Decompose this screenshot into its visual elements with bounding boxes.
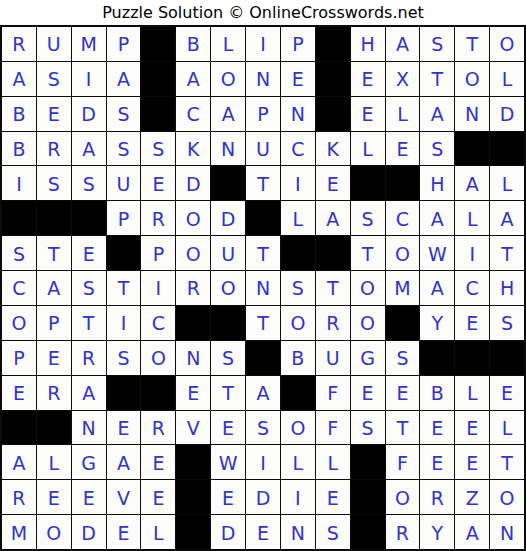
- cell-letter: D: [81, 105, 96, 124]
- cell-letter: L: [293, 210, 304, 229]
- cell-letter: R: [152, 210, 165, 229]
- cell-r1c14: T: [455, 27, 489, 61]
- cell-letter: H: [430, 175, 444, 194]
- cell-letter: T: [257, 314, 269, 333]
- cell-r15c5: L: [141, 515, 175, 549]
- cell-letter: T: [118, 279, 130, 298]
- cell-r3c6: C: [176, 97, 210, 131]
- cell-letter: U: [221, 245, 235, 264]
- cell-r2c3: I: [72, 62, 106, 96]
- cell-r1c6: B: [176, 27, 210, 61]
- cell-r4c12: E: [386, 132, 420, 166]
- cell-r4c3: A: [72, 132, 106, 166]
- cell-letter: L: [327, 454, 338, 473]
- cell-r11c1: E: [2, 376, 36, 410]
- cell-r5c2: S: [37, 166, 71, 200]
- cell-r7c8: T: [246, 236, 280, 270]
- cell-r4c10: K: [316, 132, 350, 166]
- cell-letter: E: [152, 454, 164, 473]
- cell-r13c4: A: [107, 445, 141, 479]
- black-cell-r10c13: [420, 341, 454, 375]
- cell-r13c8: I: [246, 445, 280, 479]
- cell-r9c1: O: [2, 306, 36, 340]
- cell-letter: F: [327, 384, 338, 403]
- cell-r14c3: E: [72, 480, 106, 514]
- cell-letter: E: [48, 105, 60, 124]
- cell-letter: S: [362, 419, 374, 438]
- cell-r12c3: N: [72, 411, 106, 445]
- cell-letter: N: [291, 524, 305, 543]
- cell-letter: D: [186, 175, 201, 194]
- cell-letter: N: [186, 349, 200, 368]
- cell-letter: E: [48, 489, 60, 508]
- cell-r7c7: U: [211, 236, 245, 270]
- cell-letter: B: [187, 35, 200, 54]
- cell-r8c8: N: [246, 271, 280, 305]
- cell-r8c14: C: [455, 271, 489, 305]
- cell-letter: A: [256, 384, 269, 403]
- black-cell-r14c6: [176, 480, 210, 514]
- cell-letter: O: [360, 314, 375, 333]
- cell-letter: E: [118, 524, 130, 543]
- cell-letter: O: [500, 35, 515, 54]
- cell-letter: L: [502, 419, 513, 438]
- cell-r9c2: P: [37, 306, 71, 340]
- cell-letter: T: [83, 314, 95, 333]
- cell-letter: C: [152, 314, 165, 333]
- cell-r13c7: W: [211, 445, 245, 479]
- cell-letter: S: [431, 35, 443, 54]
- black-cell-r3c10: [316, 97, 350, 131]
- cell-letter: T: [501, 245, 513, 264]
- cell-r7c13: W: [420, 236, 454, 270]
- cell-r12c7: E: [211, 411, 245, 445]
- cell-letter: A: [12, 70, 25, 89]
- cell-letter: E: [327, 175, 339, 194]
- cell-letter: L: [293, 454, 304, 473]
- black-cell-r9c12: [386, 306, 420, 340]
- cell-letter: E: [431, 419, 443, 438]
- cell-r12c14: E: [455, 411, 489, 445]
- cell-letter: R: [396, 524, 409, 543]
- cell-r7c1: S: [2, 236, 36, 270]
- cell-r12c15: L: [490, 411, 524, 445]
- cell-letter: I: [469, 245, 475, 264]
- cell-letter: V: [117, 489, 130, 508]
- cell-r5c5: E: [141, 166, 175, 200]
- cell-r15c2: O: [37, 515, 71, 549]
- cell-letter: O: [221, 279, 236, 298]
- cell-r11c10: F: [316, 376, 350, 410]
- cell-r3c8: P: [246, 97, 280, 131]
- cell-r7c2: T: [37, 236, 71, 270]
- cell-r13c5: E: [141, 445, 175, 479]
- cell-letter: E: [222, 489, 234, 508]
- cell-letter: R: [82, 349, 95, 368]
- cell-r15c9: N: [281, 515, 315, 549]
- cell-r12c13: E: [420, 411, 454, 445]
- black-cell-r15c6: [176, 515, 210, 549]
- cell-letter: S: [48, 70, 60, 89]
- cell-r8c7: O: [211, 271, 245, 305]
- cell-r6c7: D: [211, 201, 245, 235]
- cell-letter: E: [118, 419, 130, 438]
- cell-letter: O: [360, 279, 375, 298]
- cell-letter: K: [326, 140, 338, 159]
- cell-letter: L: [223, 35, 234, 54]
- cell-letter: A: [431, 105, 444, 124]
- cell-r11c2: R: [37, 376, 71, 410]
- cell-r9c13: Y: [420, 306, 454, 340]
- cell-letter: E: [396, 384, 408, 403]
- cell-letter: A: [431, 210, 444, 229]
- black-cell-r14c11: [351, 480, 385, 514]
- cell-r9c5: C: [141, 306, 175, 340]
- cell-letter: E: [501, 384, 513, 403]
- cell-r10c6: N: [176, 341, 210, 375]
- cell-r4c6: K: [176, 132, 210, 166]
- cell-letter: D: [221, 210, 236, 229]
- cell-r9c4: I: [107, 306, 141, 340]
- cell-r11c13: B: [420, 376, 454, 410]
- cell-r14c9: I: [281, 480, 315, 514]
- cell-r3c9: N: [281, 97, 315, 131]
- page-title: Puzzle Solution © OnlineCrosswords.net: [0, 0, 526, 25]
- cell-r6c4: P: [107, 201, 141, 235]
- cell-letter: E: [396, 140, 408, 159]
- cell-r13c3: G: [72, 445, 106, 479]
- cell-r13c15: T: [490, 445, 524, 479]
- cell-letter: G: [81, 454, 96, 473]
- cell-r1c4: P: [107, 27, 141, 61]
- cell-letter: O: [290, 314, 305, 333]
- cell-r15c8: E: [246, 515, 280, 549]
- cell-r7c11: T: [351, 236, 385, 270]
- black-cell-r15c11: [351, 515, 385, 549]
- cell-letter: S: [501, 314, 513, 333]
- cell-r8c6: R: [176, 271, 210, 305]
- cell-letter: A: [396, 35, 409, 54]
- black-cell-r7c9: [281, 236, 315, 270]
- cell-r2c11: E: [351, 62, 385, 96]
- cell-r10c11: G: [351, 341, 385, 375]
- cell-r14c7: E: [211, 480, 245, 514]
- cell-r1c1: R: [2, 27, 36, 61]
- cell-r13c14: E: [455, 445, 489, 479]
- cell-r5c10: E: [316, 166, 350, 200]
- cell-letter: C: [12, 279, 25, 298]
- cell-r6c12: C: [386, 201, 420, 235]
- black-cell-r2c10: [316, 62, 350, 96]
- black-cell-r1c5: [141, 27, 175, 61]
- cell-letter: T: [466, 35, 478, 54]
- cell-letter: R: [12, 489, 25, 508]
- cell-letter: A: [466, 524, 479, 543]
- cell-letter: O: [221, 70, 236, 89]
- black-cell-r9c7: [211, 306, 245, 340]
- black-cell-r7c4: [107, 236, 141, 270]
- cell-letter: R: [47, 140, 60, 159]
- cell-letter: I: [156, 279, 162, 298]
- cell-letter: P: [292, 35, 303, 54]
- cell-r4c11: L: [351, 132, 385, 166]
- black-cell-r12c2: [37, 411, 71, 445]
- cell-r2c13: T: [420, 62, 454, 96]
- cell-letter: T: [432, 70, 444, 89]
- black-cell-r9c6: [176, 306, 210, 340]
- cell-letter: O: [465, 70, 480, 89]
- cell-letter: S: [48, 175, 60, 194]
- cell-r13c13: E: [420, 445, 454, 479]
- black-cell-r5c12: [386, 166, 420, 200]
- cell-r3c15: D: [490, 97, 524, 131]
- cell-r5c6: D: [176, 166, 210, 200]
- cell-letter: E: [152, 489, 164, 508]
- cell-letter: R: [326, 314, 339, 333]
- cell-r9c9: O: [281, 306, 315, 340]
- cell-r9c3: T: [72, 306, 106, 340]
- cell-letter: E: [83, 489, 95, 508]
- cell-r13c1: A: [2, 445, 36, 479]
- cell-letter: L: [153, 524, 164, 543]
- cell-r9c8: T: [246, 306, 280, 340]
- cell-letter: T: [501, 454, 513, 473]
- cell-r10c9: B: [281, 341, 315, 375]
- cell-r5c1: I: [2, 166, 36, 200]
- cell-r2c6: A: [176, 62, 210, 96]
- cell-r6c10: A: [316, 201, 350, 235]
- cell-letter: R: [187, 279, 200, 298]
- cell-letter: A: [431, 279, 444, 298]
- cell-r14c14: Z: [455, 480, 489, 514]
- black-cell-r10c8: [246, 341, 280, 375]
- cell-r6c13: A: [420, 201, 454, 235]
- cell-r1c11: H: [351, 27, 385, 61]
- cell-r1c12: A: [386, 27, 420, 61]
- cell-letter: N: [256, 70, 270, 89]
- cell-letter: C: [396, 210, 409, 229]
- cell-r11c14: L: [455, 376, 489, 410]
- cell-letter: D: [500, 105, 515, 124]
- cell-letter: O: [290, 419, 305, 438]
- black-cell-r13c11: [351, 445, 385, 479]
- cell-r10c3: R: [72, 341, 106, 375]
- cell-r10c10: U: [316, 341, 350, 375]
- cell-letter: T: [327, 279, 339, 298]
- black-cell-r13c6: [176, 445, 210, 479]
- cell-r11c11: E: [351, 376, 385, 410]
- cell-r9c15: S: [490, 306, 524, 340]
- cell-r5c9: I: [281, 166, 315, 200]
- cell-r4c8: U: [246, 132, 280, 166]
- cell-r1c7: L: [211, 27, 245, 61]
- cell-letter: C: [466, 279, 479, 298]
- cell-letter: I: [260, 454, 266, 473]
- cell-r9c10: R: [316, 306, 350, 340]
- cell-letter: F: [327, 419, 338, 438]
- cell-r11c15: E: [490, 376, 524, 410]
- cell-r14c13: R: [420, 480, 454, 514]
- cell-letter: L: [397, 105, 408, 124]
- cell-letter: B: [12, 105, 25, 124]
- black-cell-r12c1: [2, 411, 36, 445]
- cell-letter: S: [152, 140, 164, 159]
- cell-r11c8: A: [246, 376, 280, 410]
- cell-r4c5: S: [141, 132, 175, 166]
- cell-r2c4: A: [107, 62, 141, 96]
- cell-letter: O: [11, 314, 26, 333]
- cell-letter: B: [291, 349, 304, 368]
- cell-letter: S: [327, 524, 339, 543]
- crossword-board: RUMPBLIPHASTOASIAAONEEXTOLBEDSCAPNELANDB…: [0, 25, 526, 551]
- cell-r8c12: M: [386, 271, 420, 305]
- cell-letter: E: [362, 105, 374, 124]
- cell-letter: W: [428, 245, 447, 264]
- cell-r9c11: O: [351, 306, 385, 340]
- cell-r13c9: L: [281, 445, 315, 479]
- cell-letter: I: [16, 175, 22, 194]
- cell-r3c2: E: [37, 97, 71, 131]
- cell-letter: E: [466, 314, 478, 333]
- cell-r4c4: S: [107, 132, 141, 166]
- cell-letter: Y: [432, 314, 444, 333]
- cell-letter: R: [47, 384, 60, 403]
- black-cell-r5c11: [351, 166, 385, 200]
- cell-letter: Y: [432, 524, 444, 543]
- cell-letter: A: [82, 384, 95, 403]
- cell-r12c8: S: [246, 411, 280, 445]
- cell-letter: L: [502, 70, 513, 89]
- cell-letter: S: [257, 419, 269, 438]
- cell-letter: E: [222, 419, 234, 438]
- cell-r4c9: C: [281, 132, 315, 166]
- cell-r7c3: E: [72, 236, 106, 270]
- cell-letter: E: [466, 454, 478, 473]
- cell-r3c14: N: [455, 97, 489, 131]
- cell-r1c2: U: [37, 27, 71, 61]
- cell-letter: O: [151, 349, 166, 368]
- cell-letter: P: [257, 105, 268, 124]
- cell-letter: L: [467, 384, 478, 403]
- cell-r6c9: L: [281, 201, 315, 235]
- cell-letter: A: [466, 175, 479, 194]
- cell-r8c4: T: [107, 271, 141, 305]
- cell-r14c5: E: [141, 480, 175, 514]
- cell-letter: A: [222, 105, 235, 124]
- black-cell-r4c14: [455, 132, 489, 166]
- black-cell-r7c10: [316, 236, 350, 270]
- cell-letter: A: [117, 70, 130, 89]
- cell-letter: W: [219, 454, 238, 473]
- cell-letter: A: [117, 454, 130, 473]
- cell-r8c15: H: [490, 271, 524, 305]
- cell-letter: V: [187, 419, 200, 438]
- cell-letter: E: [362, 384, 374, 403]
- cell-letter: U: [117, 175, 131, 194]
- cell-letter: H: [360, 35, 374, 54]
- cell-letter: S: [292, 279, 304, 298]
- cell-letter: R: [152, 419, 165, 438]
- cell-letter: F: [397, 454, 408, 473]
- black-cell-r11c9: [281, 376, 315, 410]
- cell-letter: R: [12, 35, 25, 54]
- cell-letter: B: [431, 384, 444, 403]
- cell-r14c1: R: [2, 480, 36, 514]
- cell-letter: S: [117, 349, 129, 368]
- cell-letter: S: [222, 349, 234, 368]
- cell-letter: P: [48, 314, 59, 333]
- cell-r12c12: T: [386, 411, 420, 445]
- cell-letter: E: [431, 454, 443, 473]
- cell-r8c1: C: [2, 271, 36, 305]
- cell-r7c15: T: [490, 236, 524, 270]
- cell-letter: K: [187, 140, 199, 159]
- cell-letter: O: [186, 210, 201, 229]
- cell-letter: T: [222, 384, 234, 403]
- black-cell-r2c5: [141, 62, 175, 96]
- cell-r12c5: R: [141, 411, 175, 445]
- cell-letter: A: [187, 70, 200, 89]
- cell-r15c1: M: [2, 515, 36, 549]
- cell-letter: N: [465, 105, 479, 124]
- cell-letter: E: [48, 349, 60, 368]
- cell-r4c13: S: [420, 132, 454, 166]
- cell-r7c6: O: [176, 236, 210, 270]
- cell-letter: A: [47, 279, 60, 298]
- black-cell-r6c1: [2, 201, 36, 235]
- cell-r6c6: O: [176, 201, 210, 235]
- cell-r8c3: S: [72, 271, 106, 305]
- black-cell-r4c15: [490, 132, 524, 166]
- cell-letter: A: [12, 454, 25, 473]
- cell-r3c13: A: [420, 97, 454, 131]
- cell-r1c13: S: [420, 27, 454, 61]
- cell-letter: L: [48, 454, 59, 473]
- cell-r14c15: O: [490, 480, 524, 514]
- cell-letter: I: [121, 314, 127, 333]
- cell-r14c2: E: [37, 480, 71, 514]
- cell-r5c15: L: [490, 166, 524, 200]
- cell-letter: E: [13, 384, 25, 403]
- cell-letter: H: [500, 279, 514, 298]
- cell-r14c10: E: [316, 480, 350, 514]
- puzzle-solution-page: Puzzle Solution © OnlineCrosswords.net R…: [0, 0, 526, 551]
- cell-r2c14: O: [455, 62, 489, 96]
- cell-r13c12: F: [386, 445, 420, 479]
- cell-letter: O: [186, 245, 201, 264]
- cell-r6c15: A: [490, 201, 524, 235]
- cell-letter: G: [360, 349, 375, 368]
- cell-r15c7: D: [211, 515, 245, 549]
- cell-r1c15: O: [490, 27, 524, 61]
- cell-r15c4: E: [107, 515, 141, 549]
- black-cell-r1c10: [316, 27, 350, 61]
- cell-letter: P: [118, 35, 129, 54]
- cell-r4c1: B: [2, 132, 36, 166]
- cell-r11c6: E: [176, 376, 210, 410]
- cell-letter: E: [152, 175, 164, 194]
- black-cell-r10c14: [455, 341, 489, 375]
- cell-r15c3: D: [72, 515, 106, 549]
- cell-r4c7: N: [211, 132, 245, 166]
- cell-r2c15: L: [490, 62, 524, 96]
- cell-letter: N: [291, 105, 305, 124]
- cell-r6c14: L: [455, 201, 489, 235]
- cell-r9c14: E: [455, 306, 489, 340]
- cell-r7c14: I: [455, 236, 489, 270]
- cell-letter: T: [257, 175, 269, 194]
- cell-r12c6: V: [176, 411, 210, 445]
